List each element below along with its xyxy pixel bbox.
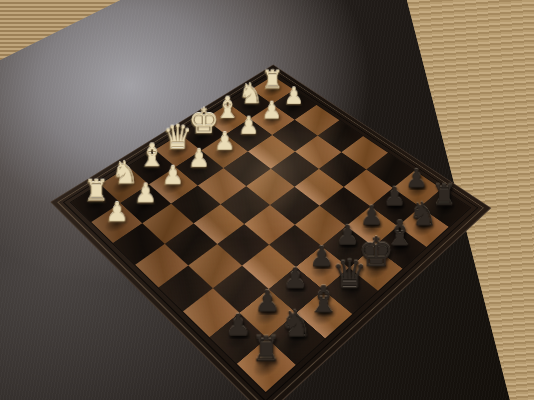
black-rook[interactable]: ♜ [240,333,292,368]
square-a8[interactable]: ♜ [237,338,296,392]
white-pawn[interactable]: ♟ [94,199,139,226]
perspective-stage: ♜♞♝♛♚♝♞♜♟♟♟♟♟♟♟♟♟♟♟♟♟♟♟♟♜♞♝♛♚♝♞♜ [0,0,534,400]
board-grid: ♜♞♝♛♚♝♞♜♟♟♟♟♟♟♟♟♟♟♟♟♟♟♟♟♜♞♝♛♚♝♞♜ [70,75,472,393]
chess-photo-scene: ♜♞♝♛♚♝♞♜♟♟♟♟♟♟♟♟♟♟♟♟♟♟♟♟♜♞♝♛♚♝♞♜ [0,0,534,400]
chess-board: ♜♞♝♛♚♝♞♜♟♟♟♟♟♟♟♟♟♟♟♟♟♟♟♟♜♞♝♛♚♝♞♜ [50,64,491,400]
